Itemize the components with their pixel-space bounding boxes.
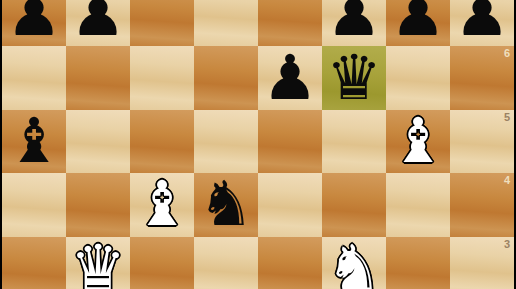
square-e7[interactable] bbox=[258, 0, 322, 46]
square-f3[interactable]: ♞ bbox=[322, 237, 386, 289]
square-d3[interactable] bbox=[194, 237, 258, 289]
square-h4[interactable]: 4 bbox=[450, 173, 514, 236]
rank-label-3: 3 bbox=[504, 239, 510, 250]
black-queen[interactable]: ♛ bbox=[326, 46, 382, 109]
black-pawn[interactable]: ♟ bbox=[70, 0, 126, 45]
square-a3[interactable] bbox=[2, 237, 66, 289]
square-e6[interactable]: ♟ bbox=[258, 46, 322, 109]
black-pawn[interactable]: ♟ bbox=[454, 0, 510, 45]
square-d4[interactable]: ♞ bbox=[194, 173, 258, 236]
square-a6[interactable] bbox=[2, 46, 66, 109]
black-knight[interactable]: ♞ bbox=[198, 172, 254, 235]
square-b5[interactable] bbox=[66, 110, 130, 173]
chess-board: ♟♟♟♟♟♟♛6♝♝5♝♞4♛♞3 bbox=[2, 0, 514, 289]
square-a5[interactable]: ♝ bbox=[2, 110, 66, 173]
square-b6[interactable] bbox=[66, 46, 130, 109]
square-g3[interactable] bbox=[386, 237, 450, 289]
square-f6[interactable]: ♛ bbox=[322, 46, 386, 109]
black-pawn[interactable]: ♟ bbox=[326, 0, 382, 45]
rank-label-6: 6 bbox=[504, 48, 510, 59]
square-c4[interactable]: ♝ bbox=[130, 173, 194, 236]
square-d7[interactable] bbox=[194, 0, 258, 46]
square-h3[interactable]: 3 bbox=[450, 237, 514, 289]
black-pawn[interactable]: ♟ bbox=[6, 0, 62, 45]
square-d5[interactable] bbox=[194, 110, 258, 173]
square-b4[interactable] bbox=[66, 173, 130, 236]
square-f5[interactable] bbox=[322, 110, 386, 173]
white-bishop[interactable]: ♝ bbox=[390, 109, 446, 172]
square-a4[interactable] bbox=[2, 173, 66, 236]
square-h7[interactable]: ♟ bbox=[450, 0, 514, 46]
rank-label-5: 5 bbox=[504, 112, 510, 123]
square-c6[interactable] bbox=[130, 46, 194, 109]
black-pawn[interactable]: ♟ bbox=[262, 46, 318, 109]
square-c7[interactable] bbox=[130, 0, 194, 46]
white-knight[interactable]: ♞ bbox=[326, 236, 382, 289]
square-f4[interactable] bbox=[322, 173, 386, 236]
square-e5[interactable] bbox=[258, 110, 322, 173]
square-e4[interactable] bbox=[258, 173, 322, 236]
black-bishop[interactable]: ♝ bbox=[6, 109, 62, 172]
video-frame: ♟♟♟♟♟♟♛6♝♝5♝♞4♛♞3 bbox=[0, 0, 516, 289]
square-e3[interactable] bbox=[258, 237, 322, 289]
square-g6[interactable] bbox=[386, 46, 450, 109]
white-queen[interactable]: ♛ bbox=[70, 236, 126, 289]
square-c3[interactable] bbox=[130, 237, 194, 289]
square-f7[interactable]: ♟ bbox=[322, 0, 386, 46]
square-g5[interactable]: ♝ bbox=[386, 110, 450, 173]
white-bishop[interactable]: ♝ bbox=[134, 172, 190, 235]
square-a7[interactable]: ♟ bbox=[2, 0, 66, 46]
square-c5[interactable] bbox=[130, 110, 194, 173]
square-h5[interactable]: 5 bbox=[450, 110, 514, 173]
square-h6[interactable]: 6 bbox=[450, 46, 514, 109]
square-g4[interactable] bbox=[386, 173, 450, 236]
square-d6[interactable] bbox=[194, 46, 258, 109]
black-pawn[interactable]: ♟ bbox=[390, 0, 446, 45]
square-b7[interactable]: ♟ bbox=[66, 0, 130, 46]
rank-label-4: 4 bbox=[504, 175, 510, 186]
square-g7[interactable]: ♟ bbox=[386, 0, 450, 46]
square-b3[interactable]: ♛ bbox=[66, 237, 130, 289]
